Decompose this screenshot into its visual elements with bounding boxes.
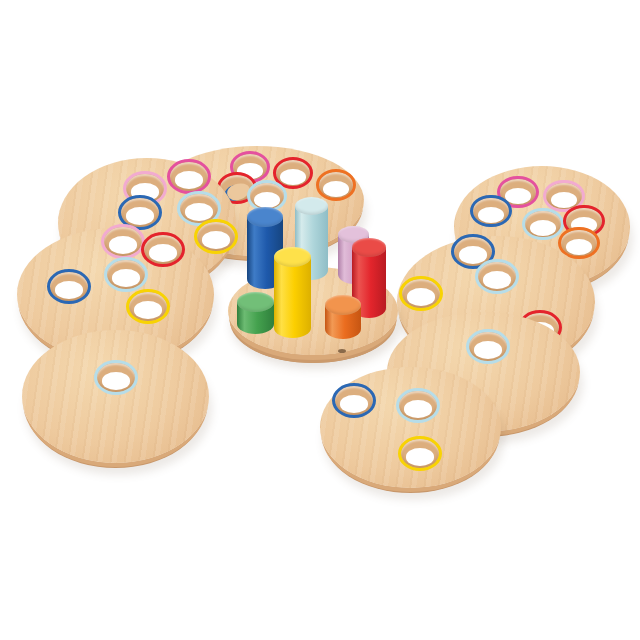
hole-opening xyxy=(202,231,231,248)
peg-green[interactable] xyxy=(237,292,274,334)
hole-yellow-ring xyxy=(399,276,443,311)
hole-opening xyxy=(126,207,155,224)
hole-lightblue-ring xyxy=(522,208,563,241)
hole-opening xyxy=(483,271,512,288)
hole-lightblue-ring xyxy=(104,257,148,292)
hole-opening xyxy=(254,192,280,208)
hole-blue-ring xyxy=(332,383,376,418)
hole-blue-ring xyxy=(470,195,511,228)
hole-opening xyxy=(112,269,141,286)
peg-top xyxy=(295,197,328,215)
peg-top xyxy=(352,238,386,257)
hole-magenta-ring xyxy=(167,159,211,194)
hole-opening xyxy=(109,236,138,253)
hole-yellow-ring xyxy=(126,289,170,324)
disc-bottom-left[interactable] xyxy=(22,330,209,463)
peg-top xyxy=(325,295,361,315)
peg-top xyxy=(237,292,274,312)
hole-opening xyxy=(406,448,435,465)
hole-lightblue-ring xyxy=(466,329,510,364)
hole-opening xyxy=(474,341,503,358)
peg-yellow[interactable] xyxy=(274,247,311,338)
hole-opening xyxy=(459,246,488,263)
hole-opening xyxy=(134,301,163,318)
hole-opening xyxy=(530,220,557,236)
peg-orange[interactable] xyxy=(325,295,361,339)
hole-opening xyxy=(323,181,349,197)
hole-opening xyxy=(280,169,306,185)
hole-opening xyxy=(407,288,436,305)
hole-red-ring xyxy=(141,232,185,267)
hole-pink-ring xyxy=(101,224,145,259)
hole-yellow-ring xyxy=(398,436,442,471)
hole-opening xyxy=(55,281,84,298)
hole-opening xyxy=(340,395,369,412)
peg-top xyxy=(274,247,311,267)
hole-lightblue-ring xyxy=(396,388,440,423)
hole-opening xyxy=(404,400,433,417)
hole-opening xyxy=(175,171,204,188)
hole-blue-ring xyxy=(47,269,91,304)
hole-opening xyxy=(149,244,178,261)
hole-opening xyxy=(102,372,131,389)
hole-opening xyxy=(478,207,505,223)
toy-game-scene xyxy=(0,0,640,640)
hole-lightblue-ring xyxy=(94,360,138,395)
wood-knot xyxy=(338,349,346,353)
hole-lightblue-ring xyxy=(475,259,519,294)
disc-bottom-center[interactable] xyxy=(320,367,501,488)
hole-opening xyxy=(566,239,593,255)
hole-yellow-ring xyxy=(194,219,238,254)
hole-opening xyxy=(185,203,214,220)
peg-top xyxy=(247,207,283,227)
hole-opening xyxy=(551,192,578,208)
peg-body xyxy=(274,257,311,338)
